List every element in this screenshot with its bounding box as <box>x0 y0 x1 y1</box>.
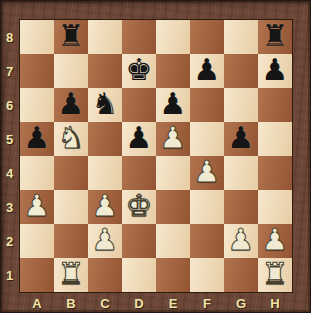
piece-black-king[interactable]: ♚ <box>126 53 153 87</box>
rank-label-6: 6 <box>0 88 19 122</box>
square-f1[interactable] <box>190 258 224 292</box>
piece-white-pawn[interactable]: ♟ <box>160 121 187 155</box>
square-d7[interactable]: ♚ <box>122 54 156 88</box>
rank-labels: 87654321 <box>0 20 19 292</box>
piece-white-rook[interactable]: ♜ <box>262 257 289 291</box>
square-f5[interactable] <box>190 122 224 156</box>
square-b8[interactable]: ♜ <box>54 20 88 54</box>
square-e7[interactable] <box>156 54 190 88</box>
chessboard: ♜♜♚♟♟♟♞♟♟♞♟♟♟♟♟♟♚♟♟♟♜♜ <box>19 19 293 293</box>
square-f8[interactable] <box>190 20 224 54</box>
rank-label-2: 2 <box>0 224 19 258</box>
piece-black-pawn[interactable]: ♟ <box>194 53 221 87</box>
file-label-h: H <box>258 293 292 313</box>
piece-white-pawn[interactable]: ♟ <box>228 223 255 257</box>
square-a7[interactable] <box>20 54 54 88</box>
square-c6[interactable]: ♞ <box>88 88 122 122</box>
square-a3[interactable]: ♟ <box>20 190 54 224</box>
square-d3[interactable]: ♚ <box>122 190 156 224</box>
square-f2[interactable] <box>190 224 224 258</box>
square-c5[interactable] <box>88 122 122 156</box>
file-label-a: A <box>20 293 54 313</box>
file-label-c: C <box>88 293 122 313</box>
square-d2[interactable] <box>122 224 156 258</box>
square-c3[interactable]: ♟ <box>88 190 122 224</box>
square-e2[interactable] <box>156 224 190 258</box>
square-g3[interactable] <box>224 190 258 224</box>
piece-white-pawn[interactable]: ♟ <box>262 223 289 257</box>
piece-black-pawn[interactable]: ♟ <box>24 121 51 155</box>
square-b7[interactable] <box>54 54 88 88</box>
square-h6[interactable] <box>258 88 292 122</box>
piece-black-rook[interactable]: ♜ <box>58 19 85 53</box>
square-a8[interactable] <box>20 20 54 54</box>
square-g1[interactable] <box>224 258 258 292</box>
square-e6[interactable]: ♟ <box>156 88 190 122</box>
file-label-b: B <box>54 293 88 313</box>
square-b3[interactable] <box>54 190 88 224</box>
square-d4[interactable] <box>122 156 156 190</box>
square-d1[interactable] <box>122 258 156 292</box>
square-g4[interactable] <box>224 156 258 190</box>
piece-black-pawn[interactable]: ♟ <box>58 87 85 121</box>
square-a1[interactable] <box>20 258 54 292</box>
square-c7[interactable] <box>88 54 122 88</box>
square-f7[interactable]: ♟ <box>190 54 224 88</box>
rank-label-3: 3 <box>0 190 19 224</box>
square-e4[interactable] <box>156 156 190 190</box>
piece-white-king[interactable]: ♚ <box>126 189 153 223</box>
square-f6[interactable] <box>190 88 224 122</box>
square-d5[interactable]: ♟ <box>122 122 156 156</box>
square-h7[interactable]: ♟ <box>258 54 292 88</box>
square-d6[interactable] <box>122 88 156 122</box>
square-h1[interactable]: ♜ <box>258 258 292 292</box>
square-c1[interactable] <box>88 258 122 292</box>
square-d8[interactable] <box>122 20 156 54</box>
square-a4[interactable] <box>20 156 54 190</box>
square-e3[interactable] <box>156 190 190 224</box>
piece-black-pawn[interactable]: ♟ <box>262 53 289 87</box>
piece-black-knight[interactable]: ♞ <box>92 87 119 121</box>
square-a6[interactable] <box>20 88 54 122</box>
piece-white-pawn[interactable]: ♟ <box>92 223 119 257</box>
square-g8[interactable] <box>224 20 258 54</box>
square-h5[interactable] <box>258 122 292 156</box>
square-g7[interactable] <box>224 54 258 88</box>
square-a5[interactable]: ♟ <box>20 122 54 156</box>
piece-black-pawn[interactable]: ♟ <box>160 87 187 121</box>
file-label-g: G <box>224 293 258 313</box>
square-e8[interactable] <box>156 20 190 54</box>
square-a2[interactable] <box>20 224 54 258</box>
rank-label-7: 7 <box>0 54 19 88</box>
file-label-d: D <box>122 293 156 313</box>
square-b1[interactable]: ♜ <box>54 258 88 292</box>
square-f4[interactable]: ♟ <box>190 156 224 190</box>
square-b5[interactable]: ♞ <box>54 122 88 156</box>
square-b2[interactable] <box>54 224 88 258</box>
square-h8[interactable]: ♜ <box>258 20 292 54</box>
square-h4[interactable] <box>258 156 292 190</box>
rank-label-4: 4 <box>0 156 19 190</box>
rank-label-1: 1 <box>0 258 19 292</box>
file-label-e: E <box>156 293 190 313</box>
chessboard-frame: ♜♜♚♟♟♟♞♟♟♞♟♟♟♟♟♟♚♟♟♟♜♜ 87654321 ABCDEFGH <box>0 0 311 313</box>
piece-white-knight[interactable]: ♞ <box>58 121 85 155</box>
square-c2[interactable]: ♟ <box>88 224 122 258</box>
square-g6[interactable] <box>224 88 258 122</box>
square-g2[interactable]: ♟ <box>224 224 258 258</box>
piece-white-rook[interactable]: ♜ <box>58 257 85 291</box>
file-label-f: F <box>190 293 224 313</box>
square-e1[interactable] <box>156 258 190 292</box>
square-f3[interactable] <box>190 190 224 224</box>
file-labels: ABCDEFGH <box>20 293 292 313</box>
piece-black-pawn[interactable]: ♟ <box>126 121 153 155</box>
piece-white-pawn[interactable]: ♟ <box>92 189 119 223</box>
square-g5[interactable]: ♟ <box>224 122 258 156</box>
square-b6[interactable]: ♟ <box>54 88 88 122</box>
rank-label-8: 8 <box>0 20 19 54</box>
piece-white-pawn[interactable]: ♟ <box>194 155 221 189</box>
piece-white-pawn[interactable]: ♟ <box>24 189 51 223</box>
square-c4[interactable] <box>88 156 122 190</box>
square-b4[interactable] <box>54 156 88 190</box>
square-e5[interactable]: ♟ <box>156 122 190 156</box>
square-h3[interactable] <box>258 190 292 224</box>
square-c8[interactable] <box>88 20 122 54</box>
piece-black-rook[interactable]: ♜ <box>262 19 289 53</box>
rank-label-5: 5 <box>0 122 19 156</box>
piece-black-pawn[interactable]: ♟ <box>228 121 255 155</box>
square-h2[interactable]: ♟ <box>258 224 292 258</box>
